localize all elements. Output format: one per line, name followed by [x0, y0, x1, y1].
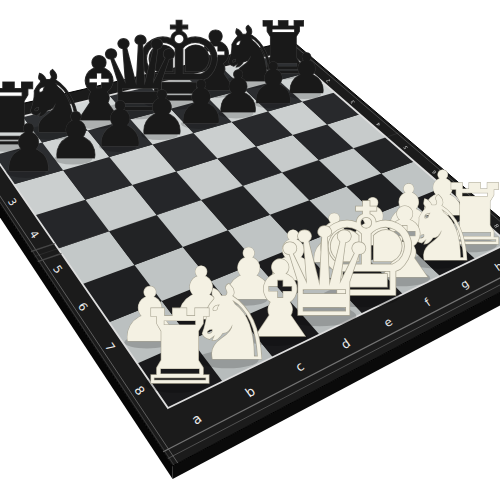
chessboard: abcdefgh8877665544332211♜♞♝♟♚♟♛♟♝♟♞♟♜♟♟♟…: [0, 0, 500, 494]
piece-black-pawn-a7: ♟: [0, 110, 58, 186]
piece-white-rook-a1: ♜: [134, 288, 226, 407]
product-photo-scene: Folding magnetic chess set — standard st…: [0, 0, 500, 494]
